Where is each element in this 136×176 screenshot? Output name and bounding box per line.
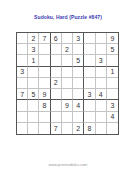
cell-r4c4 — [51, 67, 62, 78]
cell-r6c6 — [73, 89, 84, 100]
cell-r3c7 — [84, 55, 95, 66]
cell-r5c7 — [84, 78, 95, 89]
cell-r9c9 — [107, 123, 118, 134]
cell-r8c3 — [39, 112, 50, 123]
cell-r4c1: 3 — [17, 67, 28, 78]
cell-r3c5 — [62, 55, 73, 66]
cell-r7c6: 4 — [73, 100, 84, 111]
cell-r6c9 — [107, 89, 118, 100]
cell-r6c3: 9 — [39, 89, 50, 100]
cell-r2c6 — [73, 44, 84, 55]
printable-sudoku-page: Sudoku, Hard (Puzzle #847) 2763932515331… — [0, 0, 136, 176]
cell-r9c7: 8 — [84, 123, 95, 134]
cell-r3c2: 1 — [28, 55, 39, 66]
cell-r4c8 — [96, 67, 107, 78]
cell-r3c4 — [51, 55, 62, 66]
cell-r4c2 — [28, 67, 39, 78]
cell-r7c1 — [17, 100, 28, 111]
cell-r5c8 — [96, 78, 107, 89]
cell-r8c2 — [28, 112, 39, 123]
cell-r3c6: 5 — [73, 55, 84, 66]
cell-r7c8 — [96, 100, 107, 111]
cell-r4c6 — [73, 67, 84, 78]
cell-r3c1 — [17, 55, 28, 66]
cell-r2c8 — [96, 44, 107, 55]
cell-r8c5 — [62, 112, 73, 123]
cell-r2c3 — [39, 44, 50, 55]
cell-r1c7 — [84, 33, 95, 44]
cell-r8c8 — [96, 112, 107, 123]
cell-r8c4 — [51, 112, 62, 123]
cell-r3c8: 3 — [96, 55, 107, 66]
cell-r4c9: 1 — [107, 67, 118, 78]
cell-r9c8 — [96, 123, 107, 134]
cell-r4c7 — [84, 67, 95, 78]
cell-r2c1 — [17, 44, 28, 55]
cell-r3c3 — [39, 55, 50, 66]
page-title: Sudoku, Hard (Puzzle #847) — [0, 14, 136, 20]
cell-r4c3 — [39, 67, 50, 78]
cell-r7c9: 3 — [107, 100, 118, 111]
cell-r1c4: 6 — [51, 33, 62, 44]
sudoku-grid: 276393251533127593489434728 — [16, 32, 119, 135]
cell-r6c4 — [51, 89, 62, 100]
cell-r5c6 — [73, 78, 84, 89]
cell-r9c5 — [62, 123, 73, 134]
cell-r5c2 — [28, 78, 39, 89]
cell-r9c2 — [28, 123, 39, 134]
cell-r6c5 — [62, 89, 73, 100]
cell-r6c7: 3 — [84, 89, 95, 100]
cell-r5c5 — [62, 78, 73, 89]
cell-r1c5 — [62, 33, 73, 44]
cell-r8c1 — [17, 112, 28, 123]
cell-r1c8 — [96, 33, 107, 44]
cell-r9c6: 2 — [73, 123, 84, 134]
cell-r1c9: 9 — [107, 33, 118, 44]
cell-r1c2: 2 — [28, 33, 39, 44]
cell-r1c3: 7 — [39, 33, 50, 44]
cell-r7c7 — [84, 100, 95, 111]
cell-r7c4 — [51, 100, 62, 111]
cell-r2c2: 3 — [28, 44, 39, 55]
cell-r1c6: 3 — [73, 33, 84, 44]
cell-r2c9: 5 — [107, 44, 118, 55]
cell-r7c3: 8 — [39, 100, 50, 111]
cell-r9c1 — [17, 123, 28, 134]
cell-r8c7 — [84, 112, 95, 123]
cell-r5c1 — [17, 78, 28, 89]
cell-r2c5: 2 — [62, 44, 73, 55]
cell-r3c9 — [107, 55, 118, 66]
cell-r7c5: 9 — [62, 100, 73, 111]
cell-r5c4: 2 — [51, 78, 62, 89]
cell-r2c4 — [51, 44, 62, 55]
cell-r5c3 — [39, 78, 50, 89]
cell-r2c7 — [84, 44, 95, 55]
cell-r6c2: 5 — [28, 89, 39, 100]
cell-r8c9: 4 — [107, 112, 118, 123]
cell-r7c2 — [28, 100, 39, 111]
footer-url: www.printsudoku.com — [0, 162, 136, 167]
cell-r4c5 — [62, 67, 73, 78]
cell-r5c9 — [107, 78, 118, 89]
cell-r1c1 — [17, 33, 28, 44]
cell-r8c6 — [73, 112, 84, 123]
cell-r9c3 — [39, 123, 50, 134]
cell-r6c1: 7 — [17, 89, 28, 100]
cell-r9c4: 7 — [51, 123, 62, 134]
cell-r6c8: 4 — [96, 89, 107, 100]
